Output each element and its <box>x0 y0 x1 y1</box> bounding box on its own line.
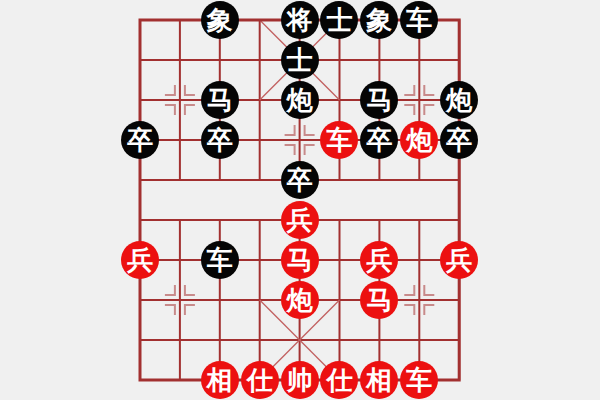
point-1-2 <box>160 80 200 120</box>
black-chariot[interactable]: 车 <box>400 1 438 39</box>
black-cannon[interactable]: 炮 <box>440 81 478 119</box>
point-8-1 <box>439 40 479 80</box>
point-7-2 <box>399 80 439 120</box>
point-5-0: 士 <box>320 0 360 40</box>
black-elephant[interactable]: 象 <box>201 1 239 39</box>
point-3-5 <box>240 200 280 240</box>
point-7-0: 车 <box>399 0 439 40</box>
point-0-6: 兵 <box>120 240 160 280</box>
xiangqi-board: 象将士象车士马炮马炮卒卒车卒炮卒卒兵兵车马兵兵炮马相仕帅仕相车 <box>0 0 600 400</box>
point-1-3 <box>160 120 200 160</box>
point-6-8 <box>359 320 399 360</box>
point-1-7 <box>160 280 200 320</box>
point-7-7 <box>399 280 439 320</box>
black-horse[interactable]: 马 <box>360 81 398 119</box>
black-cannon[interactable]: 炮 <box>281 81 319 119</box>
red-horse[interactable]: 马 <box>281 241 319 279</box>
point-8-0 <box>439 0 479 40</box>
point-4-0: 将 <box>280 0 320 40</box>
red-horse[interactable]: 马 <box>360 281 398 319</box>
point-4-9: 帅 <box>280 360 320 400</box>
point-1-6 <box>160 240 200 280</box>
red-soldier[interactable]: 兵 <box>121 241 159 279</box>
point-8-9 <box>439 360 479 400</box>
point-7-9: 车 <box>399 360 439 400</box>
point-8-6: 兵 <box>439 240 479 280</box>
point-6-9: 相 <box>359 360 399 400</box>
point-7-4 <box>399 160 439 200</box>
point-6-1 <box>359 40 399 80</box>
point-4-3 <box>280 120 320 160</box>
point-4-1: 士 <box>280 40 320 80</box>
point-2-4 <box>200 160 240 200</box>
point-3-2 <box>240 80 280 120</box>
point-5-7 <box>320 280 360 320</box>
point-8-5 <box>439 200 479 240</box>
point-2-8 <box>200 320 240 360</box>
board-points-grid: 象将士象车士马炮马炮卒卒车卒炮卒卒兵兵车马兵兵炮马相仕帅仕相车 <box>120 0 479 400</box>
point-1-0 <box>160 0 200 40</box>
point-6-0: 象 <box>359 0 399 40</box>
point-0-5 <box>120 200 160 240</box>
point-0-8 <box>120 320 160 360</box>
point-2-3: 卒 <box>200 120 240 160</box>
black-advisor[interactable]: 士 <box>281 41 319 79</box>
point-1-1 <box>160 40 200 80</box>
point-8-2: 炮 <box>439 80 479 120</box>
point-7-1 <box>399 40 439 80</box>
red-soldier[interactable]: 兵 <box>440 241 478 279</box>
point-3-3 <box>240 120 280 160</box>
point-4-6: 马 <box>280 240 320 280</box>
point-3-8 <box>240 320 280 360</box>
black-horse[interactable]: 马 <box>201 81 239 119</box>
point-8-8 <box>439 320 479 360</box>
point-2-9: 相 <box>200 360 240 400</box>
point-7-6 <box>399 240 439 280</box>
red-general[interactable]: 帅 <box>281 361 319 399</box>
point-2-5 <box>200 200 240 240</box>
red-chariot[interactable]: 车 <box>400 361 438 399</box>
red-elephant[interactable]: 相 <box>360 361 398 399</box>
point-3-0 <box>240 0 280 40</box>
point-4-2: 炮 <box>280 80 320 120</box>
red-elephant[interactable]: 相 <box>201 361 239 399</box>
point-3-9: 仕 <box>240 360 280 400</box>
point-8-7 <box>439 280 479 320</box>
point-3-1 <box>240 40 280 80</box>
point-7-3: 炮 <box>399 120 439 160</box>
point-4-8 <box>280 320 320 360</box>
point-6-7: 马 <box>359 280 399 320</box>
point-2-0: 象 <box>200 0 240 40</box>
point-2-6: 车 <box>200 240 240 280</box>
point-5-5 <box>320 200 360 240</box>
point-5-1 <box>320 40 360 80</box>
point-0-0 <box>120 0 160 40</box>
point-1-9 <box>160 360 200 400</box>
point-8-4 <box>439 160 479 200</box>
point-6-4 <box>359 160 399 200</box>
point-2-1 <box>200 40 240 80</box>
point-4-7: 炮 <box>280 280 320 320</box>
point-4-5: 兵 <box>280 200 320 240</box>
black-soldier[interactable]: 卒 <box>121 121 159 159</box>
point-3-6 <box>240 240 280 280</box>
point-1-8 <box>160 320 200 360</box>
point-3-4 <box>240 160 280 200</box>
point-5-4 <box>320 160 360 200</box>
red-cannon[interactable]: 炮 <box>400 121 438 159</box>
point-2-2: 马 <box>200 80 240 120</box>
point-6-5 <box>359 200 399 240</box>
point-1-5 <box>160 200 200 240</box>
point-5-9: 仕 <box>320 360 360 400</box>
red-advisor[interactable]: 仕 <box>320 361 358 399</box>
black-elephant[interactable]: 象 <box>360 1 398 39</box>
point-7-5 <box>399 200 439 240</box>
red-soldier[interactable]: 兵 <box>281 201 319 239</box>
point-0-9 <box>120 360 160 400</box>
black-soldier[interactable]: 卒 <box>440 121 478 159</box>
point-5-3: 车 <box>320 120 360 160</box>
point-0-4 <box>120 160 160 200</box>
black-soldier[interactable]: 卒 <box>281 161 319 199</box>
black-general[interactable]: 将 <box>281 1 319 39</box>
point-4-4: 卒 <box>280 160 320 200</box>
point-5-8 <box>320 320 360 360</box>
red-advisor[interactable]: 仕 <box>241 361 279 399</box>
black-advisor[interactable]: 士 <box>320 1 358 39</box>
point-1-4 <box>160 160 200 200</box>
point-0-1 <box>120 40 160 80</box>
point-3-7 <box>240 280 280 320</box>
point-6-2: 马 <box>359 80 399 120</box>
point-7-8 <box>399 320 439 360</box>
black-soldier[interactable]: 卒 <box>201 121 239 159</box>
black-soldier[interactable]: 卒 <box>360 121 398 159</box>
point-5-6 <box>320 240 360 280</box>
red-cannon[interactable]: 炮 <box>281 281 319 319</box>
red-chariot[interactable]: 车 <box>320 121 358 159</box>
point-0-2 <box>120 80 160 120</box>
red-soldier[interactable]: 兵 <box>360 241 398 279</box>
point-6-6: 兵 <box>359 240 399 280</box>
point-6-3: 卒 <box>359 120 399 160</box>
point-0-3: 卒 <box>120 120 160 160</box>
point-0-7 <box>120 280 160 320</box>
point-8-3: 卒 <box>439 120 479 160</box>
black-chariot[interactable]: 车 <box>201 241 239 279</box>
point-2-7 <box>200 280 240 320</box>
point-5-2 <box>320 80 360 120</box>
